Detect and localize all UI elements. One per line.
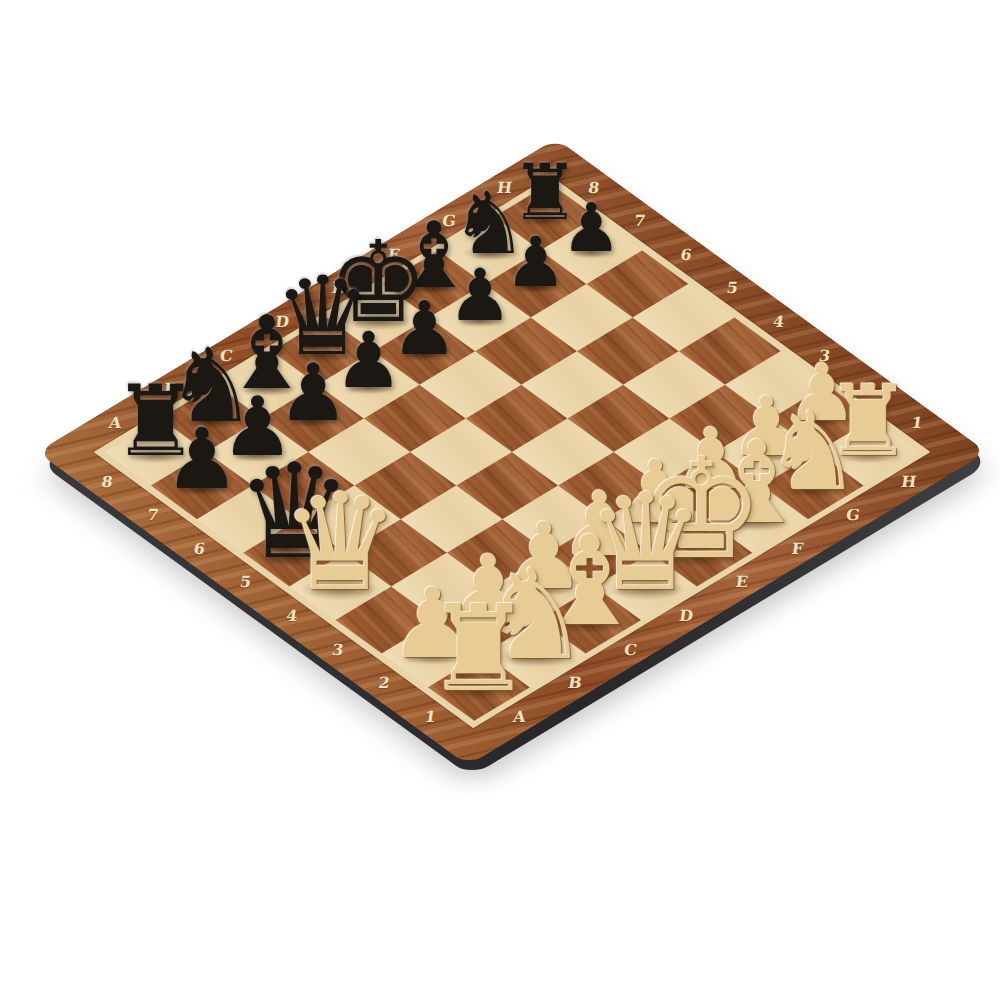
square-f1[interactable] (706, 486, 808, 553)
square-a2[interactable] (382, 620, 484, 687)
square-f4[interactable] (568, 385, 670, 452)
piece-white-bishop-c1[interactable]: ♝ (535, 524, 646, 638)
piece-shadow (181, 413, 242, 430)
square-d5[interactable] (410, 418, 512, 485)
piece-shadow (660, 544, 743, 568)
square-a5[interactable] (243, 519, 345, 586)
square-c3[interactable] (447, 519, 549, 586)
file-label-a-far: A (108, 414, 123, 432)
piece-white-king-e1[interactable]: ♚ (639, 445, 764, 573)
rank-label-1-far: 1 (910, 414, 924, 432)
piece-black-king-e8[interactable]: ♚ (328, 231, 428, 334)
square-f3[interactable] (614, 418, 716, 485)
piece-black-bishop-c8[interactable]: ♝ (222, 307, 313, 400)
file-label-d-near: D (678, 607, 694, 625)
file-label-g-near: G (845, 506, 861, 524)
rank-label-5-far: 5 (725, 279, 739, 297)
rank-label-6-far: 6 (679, 245, 693, 263)
square-g2[interactable] (716, 418, 818, 485)
piece-shadow (236, 379, 297, 396)
square-b6[interactable] (253, 452, 355, 519)
piece-shadow (522, 213, 568, 226)
file-label-e-far: E (330, 279, 345, 297)
square-a6[interactable] (197, 486, 299, 553)
square-h8[interactable] (494, 183, 596, 250)
square-b1[interactable] (484, 620, 586, 687)
piece-black-pawn-d7[interactable]: ♟ (334, 325, 403, 396)
square-e2[interactable] (604, 486, 706, 553)
piece-shadow (233, 448, 282, 462)
piece-white-queen-d1[interactable]: ♛ (586, 483, 706, 606)
piece-white-rook-a1[interactable]: ♜ (426, 595, 533, 704)
piece-white-pawn-b2[interactable]: ♟ (446, 547, 530, 633)
square-a1[interactable] (428, 654, 530, 721)
square-d3[interactable] (503, 486, 605, 553)
board-drop-shadow (41, 160, 991, 787)
square-d2[interactable] (549, 519, 651, 586)
square-g8[interactable] (439, 217, 541, 284)
square-h6[interactable] (587, 250, 689, 317)
piece-shadow (515, 281, 556, 293)
square-e7[interactable] (373, 318, 475, 385)
square-h2[interactable] (771, 385, 873, 452)
piece-black-knight-b8[interactable]: ♞ (166, 340, 257, 434)
piece-shadow (686, 482, 736, 496)
rank-label-3-near: 3 (331, 640, 345, 658)
square-d6[interactable] (364, 385, 466, 452)
square-g7[interactable] (485, 250, 587, 317)
piece-white-knight-g1[interactable]: ♞ (764, 401, 862, 501)
square-e8[interactable] (327, 284, 429, 351)
piece-shadow (799, 415, 846, 428)
file-label-b-near: B (567, 674, 583, 692)
square-h1[interactable] (817, 418, 919, 485)
piece-shadow (780, 479, 845, 498)
piece-black-queen-d8[interactable]: ♛ (274, 267, 372, 367)
file-label-f-near: F (791, 540, 805, 558)
piece-shadow (406, 279, 461, 294)
piece-white-pawn-c2[interactable]: ♟ (503, 515, 585, 600)
rank-label-1-near: 1 (423, 708, 437, 726)
square-c7[interactable] (262, 385, 364, 452)
file-label-e-near: E (735, 573, 750, 591)
square-h3[interactable] (725, 351, 827, 418)
piece-black-pawn-h7[interactable]: ♟ (561, 199, 621, 261)
file-label-c-far: C (219, 346, 234, 364)
piece-shadow (742, 448, 791, 462)
square-h4[interactable] (679, 318, 781, 385)
piece-shadow (300, 578, 380, 601)
board-side-edge (40, 149, 990, 776)
rank-label-2-far: 2 (864, 380, 878, 398)
piece-white-pawn-a2[interactable]: ♟ (389, 579, 476, 668)
piece-shadow (839, 447, 898, 464)
board-frame: AABBCCDDEEFFGGHH1122334455667788 (37, 138, 987, 765)
file-label-g-far: G (441, 212, 457, 230)
square-a4[interactable] (289, 553, 391, 620)
piece-shadow (606, 578, 686, 601)
piece-white-knight-b1[interactable]: ♞ (479, 557, 591, 672)
rank-label-8-far: 8 (587, 178, 601, 196)
square-f5[interactable] (521, 351, 623, 418)
square-c1[interactable] (539, 586, 641, 653)
square-b2[interactable] (437, 586, 539, 653)
square-c5[interactable] (355, 452, 457, 519)
square-c6[interactable] (308, 418, 410, 485)
piece-white-queen-a4[interactable]: ♛ (280, 483, 400, 606)
square-e6[interactable] (420, 351, 522, 418)
piece-shadow (497, 646, 572, 667)
coordinate-labels: AABBCCDDEEFFGGHH1122334455667788 (37, 138, 556, 452)
square-f7[interactable] (429, 284, 531, 351)
piece-shadow (443, 680, 514, 700)
square-f2[interactable] (660, 452, 762, 519)
rank-label-6-near: 6 (192, 540, 206, 558)
piece-shadow (463, 246, 515, 261)
square-h5[interactable] (633, 284, 735, 351)
square-e4[interactable] (512, 418, 614, 485)
piece-black-bishop-f8[interactable]: ♝ (393, 214, 475, 298)
pieces-layer: ♜♞♟♝♟♚♟♛♟♝♟♞♟♟♜♟♟♜♟♟♞♟♝♛♟♚♛♟♛♟♝♟♞♜ (0, 0, 1000, 1000)
piece-shadow (290, 345, 355, 364)
square-c4[interactable] (401, 486, 503, 553)
piece-shadow (573, 548, 626, 563)
piece-black-queen-a5[interactable]: ♛ (235, 452, 352, 573)
file-label-b-far: B (163, 380, 179, 398)
piece-white-rook-h1[interactable]: ♜ (824, 376, 912, 466)
piece-shadow (404, 649, 462, 665)
rank-label-4-far: 4 (772, 313, 786, 331)
rank-label-7-near: 7 (146, 506, 160, 524)
square-b5[interactable] (299, 486, 401, 553)
square-f6[interactable] (475, 318, 577, 385)
rank-label-7-far: 7 (633, 212, 647, 230)
square-a7[interactable] (151, 452, 253, 519)
square-d8[interactable] (272, 318, 374, 385)
piece-white-pawn-f2[interactable]: ♟ (673, 421, 748, 498)
piece-shadow (723, 513, 791, 532)
square-b7[interactable] (207, 418, 309, 485)
piece-shadow (460, 615, 516, 631)
square-g3[interactable] (669, 385, 771, 452)
square-e5[interactable] (466, 385, 568, 452)
square-g4[interactable] (623, 351, 725, 418)
square-d1[interactable] (595, 553, 697, 620)
square-b4[interactable] (345, 519, 447, 586)
piece-shadow (629, 515, 681, 530)
piece-black-pawn-e7[interactable]: ♟ (391, 294, 457, 362)
piece-shadow (290, 415, 337, 428)
piece-shadow (255, 545, 334, 567)
piece-shadow (553, 613, 627, 634)
board-grid (105, 183, 920, 721)
piece-shadow (345, 311, 412, 330)
square-b3[interactable] (391, 553, 493, 620)
board-border-strip (93, 176, 930, 729)
square-g5[interactable] (577, 318, 679, 385)
piece-black-pawn-a7[interactable]: ♟ (164, 421, 239, 498)
rank-label-2-near: 2 (377, 674, 391, 692)
file-label-h-near: H (900, 472, 918, 490)
piece-white-bishop-f1[interactable]: ♝ (706, 431, 808, 536)
piece-shadow (126, 447, 185, 464)
square-a3[interactable] (336, 586, 438, 653)
piece-shadow (177, 482, 227, 496)
piece-white-pawn-h2[interactable]: ♟ (787, 357, 858, 430)
square-f8[interactable] (383, 250, 485, 317)
piece-black-pawn-b7[interactable]: ♟ (221, 389, 295, 464)
file-label-h-far: H (496, 178, 514, 196)
file-label-f-far: F (386, 245, 400, 263)
piece-shadow (458, 315, 501, 327)
piece-black-rook-h8[interactable]: ♜ (511, 157, 580, 228)
file-label-d-far: D (274, 313, 290, 331)
square-d7[interactable] (318, 351, 420, 418)
piece-black-pawn-f7[interactable]: ♟ (448, 262, 513, 328)
piece-white-pawn-d2[interactable]: ♟ (560, 484, 640, 566)
square-c2[interactable] (493, 553, 595, 620)
piece-black-rook-a8[interactable]: ♜ (112, 376, 200, 466)
file-label-a-near: A (512, 708, 527, 726)
square-e1[interactable] (651, 519, 753, 586)
square-g6[interactable] (531, 284, 633, 351)
file-label-c-near: C (623, 640, 638, 658)
piece-shadow (402, 348, 446, 361)
square-d4[interactable] (456, 452, 558, 519)
piece-black-pawn-c7[interactable]: ♟ (278, 357, 349, 430)
rank-label-3-far: 3 (818, 346, 832, 364)
chess-board: AABBCCDDEEFFGGHH1122334455667788 (512, 452, 1000, 1000)
square-a8[interactable] (105, 418, 207, 485)
rank-label-8-near: 8 (100, 472, 114, 490)
piece-shadow (571, 248, 611, 259)
piece-white-pawn-g2[interactable]: ♟ (730, 389, 804, 464)
rank-label-5-near: 5 (239, 573, 253, 591)
square-e3[interactable] (558, 452, 660, 519)
square-g1[interactable] (762, 452, 864, 519)
rank-label-4-near: 4 (285, 607, 299, 625)
piece-white-pawn-e2[interactable]: ♟ (616, 452, 694, 532)
square-b8[interactable] (160, 385, 262, 452)
product-photo-scene: AABBCCDDEEFFGGHH1122334455667788 ♜♞♟♝♟♚♟… (0, 0, 1000, 1000)
square-c8[interactable] (216, 351, 318, 418)
piece-black-knight-g8[interactable]: ♞ (451, 184, 528, 263)
piece-black-pawn-g7[interactable]: ♟ (505, 231, 567, 294)
piece-shadow (517, 581, 572, 597)
square-h7[interactable] (540, 217, 642, 284)
piece-shadow (346, 381, 392, 394)
